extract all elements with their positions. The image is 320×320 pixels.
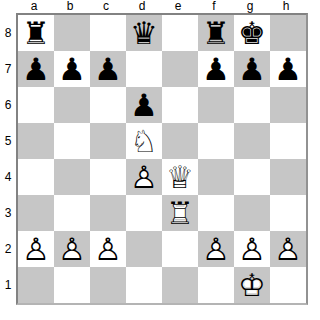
rank-label-7: 7 (0, 51, 16, 87)
rank-label-6: 6 (0, 87, 16, 123)
square-g5[interactable] (234, 123, 270, 159)
square-f4[interactable] (198, 159, 234, 195)
square-f7[interactable]: ♟ (198, 51, 234, 87)
square-a2[interactable]: ♟♙ (18, 231, 54, 267)
rank-label-1: 1 (0, 267, 16, 303)
square-g1[interactable]: ♚♔ (234, 267, 270, 303)
file-label-h: h (268, 0, 304, 13)
square-g4[interactable] (234, 159, 270, 195)
square-e5[interactable] (162, 123, 198, 159)
square-a8[interactable]: ♜ (18, 15, 54, 51)
rank-label-3: 3 (0, 195, 16, 231)
white-pawn[interactable]: ♙ (90, 231, 126, 267)
square-e3[interactable]: ♜♖ (162, 195, 198, 231)
square-b3[interactable] (54, 195, 90, 231)
black-king[interactable]: ♚ (234, 15, 270, 51)
square-d6[interactable]: ♟ (126, 87, 162, 123)
square-b4[interactable] (54, 159, 90, 195)
square-h1[interactable] (270, 267, 306, 303)
square-a5[interactable] (18, 123, 54, 159)
file-label-c: c (88, 0, 124, 13)
rank-label-8: 8 (0, 15, 16, 51)
rank-label-4: 4 (0, 159, 16, 195)
square-c4[interactable] (90, 159, 126, 195)
square-a1[interactable] (18, 267, 54, 303)
white-pawn[interactable]: ♙ (18, 231, 54, 267)
file-label-e: e (160, 0, 196, 13)
square-h2[interactable]: ♟♙ (270, 231, 306, 267)
square-b7[interactable]: ♟ (54, 51, 90, 87)
rank-label-2: 2 (0, 231, 16, 267)
square-f2[interactable]: ♟♙ (198, 231, 234, 267)
file-label-g: g (232, 0, 268, 13)
square-h3[interactable] (270, 195, 306, 231)
square-d2[interactable] (126, 231, 162, 267)
square-f1[interactable] (198, 267, 234, 303)
square-c3[interactable] (90, 195, 126, 231)
square-b1[interactable] (54, 267, 90, 303)
black-pawn[interactable]: ♟ (270, 51, 306, 87)
rank-label-5: 5 (0, 123, 16, 159)
square-h8[interactable] (270, 15, 306, 51)
square-c2[interactable]: ♟♙ (90, 231, 126, 267)
square-h7[interactable]: ♟ (270, 51, 306, 87)
square-e7[interactable] (162, 51, 198, 87)
square-d5[interactable]: ♞♘ (126, 123, 162, 159)
file-label-f: f (196, 0, 232, 13)
black-pawn[interactable]: ♟ (54, 51, 90, 87)
square-b2[interactable]: ♟♙ (54, 231, 90, 267)
square-f8[interactable]: ♜ (198, 15, 234, 51)
black-queen[interactable]: ♛ (126, 15, 162, 51)
square-d4[interactable]: ♟♙ (126, 159, 162, 195)
square-e6[interactable] (162, 87, 198, 123)
chess-diagram: abcdefgh 87654321 ♜♛♜♚♟♟♟♟♟♟♟♞♘♟♙♛♕♜♖♟♙♟… (0, 0, 308, 305)
square-h6[interactable] (270, 87, 306, 123)
chess-board[interactable]: ♜♛♜♚♟♟♟♟♟♟♟♞♘♟♙♛♕♜♖♟♙♟♙♟♙♟♙♟♙♟♙♚♔ (16, 13, 308, 305)
square-d8[interactable]: ♛ (126, 15, 162, 51)
white-knight[interactable]: ♘ (126, 123, 162, 159)
white-rook[interactable]: ♖ (162, 195, 198, 231)
white-pawn[interactable]: ♙ (126, 159, 162, 195)
square-c8[interactable] (90, 15, 126, 51)
file-label-b: b (52, 0, 88, 13)
white-king[interactable]: ♔ (234, 267, 270, 303)
square-a3[interactable] (18, 195, 54, 231)
file-label-d: d (124, 0, 160, 13)
square-e1[interactable] (162, 267, 198, 303)
square-f3[interactable] (198, 195, 234, 231)
black-pawn[interactable]: ♟ (234, 51, 270, 87)
square-b5[interactable] (54, 123, 90, 159)
square-f5[interactable] (198, 123, 234, 159)
square-a7[interactable]: ♟ (18, 51, 54, 87)
black-pawn[interactable]: ♟ (198, 51, 234, 87)
square-g3[interactable] (234, 195, 270, 231)
black-pawn[interactable]: ♟ (126, 87, 162, 123)
square-e4[interactable]: ♛♕ (162, 159, 198, 195)
white-pawn[interactable]: ♙ (270, 231, 306, 267)
white-pawn[interactable]: ♙ (234, 231, 270, 267)
file-label-a: a (16, 0, 52, 13)
square-e2[interactable] (162, 231, 198, 267)
black-rook[interactable]: ♜ (198, 15, 234, 51)
square-d3[interactable] (126, 195, 162, 231)
white-pawn[interactable]: ♙ (54, 231, 90, 267)
square-c1[interactable] (90, 267, 126, 303)
white-pawn[interactable]: ♙ (198, 231, 234, 267)
square-a6[interactable] (18, 87, 54, 123)
black-pawn[interactable]: ♟ (90, 51, 126, 87)
square-b8[interactable] (54, 15, 90, 51)
square-h5[interactable] (270, 123, 306, 159)
square-b6[interactable] (54, 87, 90, 123)
square-c5[interactable] (90, 123, 126, 159)
black-pawn[interactable]: ♟ (18, 51, 54, 87)
square-d1[interactable] (126, 267, 162, 303)
square-e8[interactable] (162, 15, 198, 51)
square-g6[interactable] (234, 87, 270, 123)
white-queen[interactable]: ♕ (162, 159, 198, 195)
square-c6[interactable] (90, 87, 126, 123)
square-a4[interactable] (18, 159, 54, 195)
square-d7[interactable] (126, 51, 162, 87)
black-rook[interactable]: ♜ (18, 15, 54, 51)
file-labels: abcdefgh (16, 0, 308, 13)
rank-labels: 87654321 (0, 15, 16, 305)
square-g2[interactable]: ♟♙ (234, 231, 270, 267)
square-h4[interactable] (270, 159, 306, 195)
square-g7[interactable]: ♟ (234, 51, 270, 87)
square-f6[interactable] (198, 87, 234, 123)
square-g8[interactable]: ♚ (234, 15, 270, 51)
square-c7[interactable]: ♟ (90, 51, 126, 87)
